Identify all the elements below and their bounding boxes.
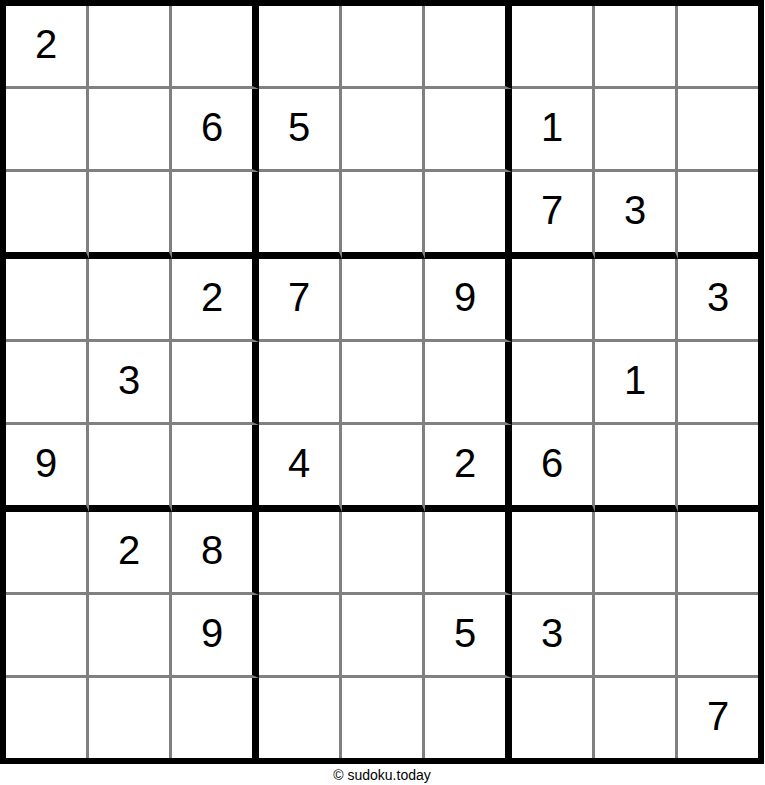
cell-r4c5[interactable] — [342, 259, 425, 342]
given-digit: 1 — [624, 360, 646, 400]
cell-r8c9[interactable] — [678, 595, 758, 678]
cell-r9c1[interactable] — [6, 678, 89, 758]
cell-r6c4[interactable]: 4 — [259, 425, 342, 512]
cell-r7c2[interactable]: 2 — [89, 512, 172, 595]
cell-r2c4[interactable]: 5 — [259, 89, 342, 172]
given-digit: 1 — [541, 107, 563, 147]
cell-r2c2[interactable] — [89, 89, 172, 172]
cell-r7c6[interactable] — [425, 512, 512, 595]
cell-r1c1[interactable]: 2 — [6, 6, 89, 89]
cell-r5c4[interactable] — [259, 342, 342, 425]
cell-r4c4[interactable]: 7 — [259, 259, 342, 342]
given-digit: 3 — [118, 360, 140, 400]
cell-r5c3[interactable] — [172, 342, 259, 425]
cell-r3c4[interactable] — [259, 172, 342, 259]
cell-r1c9[interactable] — [678, 6, 758, 89]
cell-r5c6[interactable] — [425, 342, 512, 425]
cell-r1c2[interactable] — [89, 6, 172, 89]
cell-r3c8[interactable]: 3 — [595, 172, 678, 259]
cell-r4c8[interactable] — [595, 259, 678, 342]
given-digit: 2 — [35, 24, 57, 64]
cell-r8c5[interactable] — [342, 595, 425, 678]
cell-r5c9[interactable] — [678, 342, 758, 425]
given-digit: 9 — [201, 613, 223, 653]
copyright-text: © sudoku.today — [0, 764, 764, 783]
cell-r7c8[interactable] — [595, 512, 678, 595]
given-digit: 7 — [288, 277, 310, 317]
given-digit: 9 — [35, 443, 57, 483]
cell-r6c6[interactable]: 2 — [425, 425, 512, 512]
cell-r5c7[interactable] — [512, 342, 595, 425]
cell-r5c8[interactable]: 1 — [595, 342, 678, 425]
cell-r3c9[interactable] — [678, 172, 758, 259]
cell-r6c9[interactable] — [678, 425, 758, 512]
given-digit: 5 — [288, 107, 310, 147]
cell-r8c4[interactable] — [259, 595, 342, 678]
given-digit: 4 — [288, 443, 310, 483]
cell-r8c3[interactable]: 9 — [172, 595, 259, 678]
given-digit: 2 — [454, 443, 476, 483]
given-digit: 9 — [454, 277, 476, 317]
cell-r1c6[interactable] — [425, 6, 512, 89]
given-digit: 5 — [454, 613, 476, 653]
given-digit: 6 — [541, 443, 563, 483]
cell-r1c3[interactable] — [172, 6, 259, 89]
cell-r5c1[interactable] — [6, 342, 89, 425]
cell-r7c1[interactable] — [6, 512, 89, 595]
given-digit: 7 — [541, 190, 563, 230]
cell-r3c3[interactable] — [172, 172, 259, 259]
cell-r2c6[interactable] — [425, 89, 512, 172]
cell-r5c2[interactable]: 3 — [89, 342, 172, 425]
cell-r7c3[interactable]: 8 — [172, 512, 259, 595]
cell-r1c8[interactable] — [595, 6, 678, 89]
cell-r6c8[interactable] — [595, 425, 678, 512]
cell-r1c7[interactable] — [512, 6, 595, 89]
cell-r1c4[interactable] — [259, 6, 342, 89]
cell-r7c4[interactable] — [259, 512, 342, 595]
cell-r2c7[interactable]: 1 — [512, 89, 595, 172]
cell-r4c3[interactable]: 2 — [172, 259, 259, 342]
cell-r6c3[interactable] — [172, 425, 259, 512]
cell-r7c9[interactable] — [678, 512, 758, 595]
given-digit: 2 — [201, 277, 223, 317]
cell-r9c3[interactable] — [172, 678, 259, 758]
cell-r3c7[interactable]: 7 — [512, 172, 595, 259]
cell-r9c6[interactable] — [425, 678, 512, 758]
cell-r8c7[interactable]: 3 — [512, 595, 595, 678]
cell-r6c7[interactable]: 6 — [512, 425, 595, 512]
cell-r6c5[interactable] — [342, 425, 425, 512]
cell-r9c8[interactable] — [595, 678, 678, 758]
cell-r9c2[interactable] — [89, 678, 172, 758]
cell-r4c2[interactable] — [89, 259, 172, 342]
cell-r3c2[interactable] — [89, 172, 172, 259]
cell-r9c9[interactable]: 7 — [678, 678, 758, 758]
cell-r7c5[interactable] — [342, 512, 425, 595]
cell-r3c6[interactable] — [425, 172, 512, 259]
cell-r4c1[interactable] — [6, 259, 89, 342]
cell-r4c7[interactable] — [512, 259, 595, 342]
cell-r2c3[interactable]: 6 — [172, 89, 259, 172]
cell-r2c5[interactable] — [342, 89, 425, 172]
cell-r3c5[interactable] — [342, 172, 425, 259]
cell-r8c8[interactable] — [595, 595, 678, 678]
given-digit: 3 — [541, 613, 563, 653]
cell-r5c5[interactable] — [342, 342, 425, 425]
given-digit: 2 — [118, 530, 140, 570]
cell-r7c7[interactable] — [512, 512, 595, 595]
cell-r2c1[interactable] — [6, 89, 89, 172]
given-digit: 3 — [624, 190, 646, 230]
cell-r9c4[interactable] — [259, 678, 342, 758]
sudoku-board: 2651732793319426289537 — [0, 0, 764, 764]
given-digit: 8 — [201, 530, 223, 570]
cell-r9c5[interactable] — [342, 678, 425, 758]
given-digit: 7 — [707, 696, 729, 736]
cell-r1c5[interactable] — [342, 6, 425, 89]
cell-r3c1[interactable] — [6, 172, 89, 259]
cell-r9c7[interactable] — [512, 678, 595, 758]
cell-r2c8[interactable] — [595, 89, 678, 172]
cell-r6c1[interactable]: 9 — [6, 425, 89, 512]
given-digit: 3 — [707, 277, 729, 317]
cell-r8c6[interactable]: 5 — [425, 595, 512, 678]
cell-r4c9[interactable]: 3 — [678, 259, 758, 342]
given-digit: 6 — [201, 107, 223, 147]
cell-r6c2[interactable] — [89, 425, 172, 512]
cell-r8c2[interactable] — [89, 595, 172, 678]
cell-r4c6[interactable]: 9 — [425, 259, 512, 342]
cell-r2c9[interactable] — [678, 89, 758, 172]
cell-r8c1[interactable] — [6, 595, 89, 678]
